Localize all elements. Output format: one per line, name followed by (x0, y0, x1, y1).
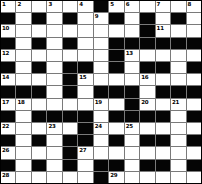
white-cell[interactable]: 19 (94, 99, 108, 110)
clue-number: 27 (79, 147, 86, 153)
white-cell[interactable]: 24 (94, 123, 108, 134)
black-cell (32, 86, 46, 97)
white-cell[interactable] (47, 13, 61, 24)
white-cell[interactable]: 3 (47, 1, 61, 12)
white-cell[interactable]: 21 (171, 99, 185, 110)
black-cell (1, 135, 15, 146)
white-cell[interactable] (171, 135, 185, 146)
black-cell (109, 160, 123, 171)
white-cell[interactable]: 1 (1, 1, 15, 12)
clue-number: 20 (141, 99, 148, 105)
white-cell[interactable] (125, 62, 139, 73)
black-cell (1, 160, 15, 171)
white-cell[interactable] (47, 50, 61, 61)
white-cell[interactable] (32, 147, 46, 158)
white-cell[interactable] (32, 1, 46, 12)
white-cell[interactable] (94, 50, 108, 61)
black-cell (109, 50, 123, 61)
white-cell[interactable] (16, 38, 30, 49)
black-cell (140, 135, 154, 146)
white-cell[interactable] (109, 123, 123, 134)
clue-number: 17 (2, 99, 9, 105)
clue-number: 13 (126, 50, 133, 56)
white-cell[interactable] (78, 172, 92, 183)
black-cell (94, 172, 108, 183)
white-cell[interactable] (47, 38, 61, 49)
white-cell[interactable]: 9 (94, 13, 108, 24)
clue-number: 6 (126, 1, 130, 7)
white-cell[interactable]: 26 (1, 147, 15, 158)
white-cell[interactable] (187, 172, 201, 183)
black-cell (78, 135, 92, 146)
white-cell[interactable]: 11 (156, 25, 170, 36)
black-cell (1, 13, 15, 24)
white-cell[interactable] (78, 86, 92, 97)
black-cell (1, 62, 15, 73)
white-cell[interactable] (187, 123, 201, 134)
white-cell[interactable]: 22 (1, 123, 15, 134)
black-cell (32, 62, 46, 73)
black-cell (63, 38, 77, 49)
white-cell[interactable] (78, 25, 92, 36)
clue-number: 1 (2, 1, 6, 7)
white-cell[interactable] (94, 147, 108, 158)
white-cell[interactable] (16, 147, 30, 158)
clue-number: 25 (126, 123, 133, 129)
white-cell[interactable] (94, 135, 108, 146)
white-cell[interactable] (16, 74, 30, 85)
black-cell (63, 62, 77, 73)
white-cell[interactable]: 15 (78, 74, 92, 85)
white-cell[interactable]: 10 (1, 25, 15, 36)
black-cell (32, 135, 46, 146)
clue-number: 18 (17, 99, 24, 105)
white-cell[interactable] (156, 50, 170, 61)
white-cell[interactable] (171, 62, 185, 73)
black-cell (63, 86, 77, 97)
white-cell[interactable]: 16 (140, 74, 154, 85)
white-cell[interactable] (109, 25, 123, 36)
black-cell (63, 160, 77, 171)
white-cell[interactable] (63, 25, 77, 36)
clue-number: 11 (157, 25, 164, 31)
white-cell[interactable] (47, 99, 61, 110)
white-cell[interactable] (171, 50, 185, 61)
white-cell[interactable] (171, 74, 185, 85)
black-cell (109, 111, 123, 122)
clue-number: 9 (95, 13, 99, 19)
white-cell[interactable]: 17 (1, 99, 15, 110)
clue-number: 16 (141, 74, 148, 80)
clue-number: 8 (188, 1, 192, 7)
white-cell[interactable] (156, 99, 170, 110)
white-cell[interactable] (32, 50, 46, 61)
black-cell (187, 62, 201, 73)
white-cell[interactable] (156, 147, 170, 158)
white-cell[interactable] (187, 25, 201, 36)
clue-number: 22 (2, 123, 9, 129)
white-cell[interactable] (125, 25, 139, 36)
clue-number: 3 (48, 1, 52, 7)
white-cell[interactable] (171, 111, 185, 122)
black-cell (94, 160, 108, 171)
white-cell[interactable] (16, 172, 30, 183)
white-cell[interactable] (140, 147, 154, 158)
white-cell[interactable] (140, 172, 154, 183)
white-cell[interactable] (47, 160, 61, 171)
white-cell[interactable] (109, 74, 123, 85)
white-cell[interactable] (16, 62, 30, 73)
white-cell[interactable] (109, 99, 123, 110)
black-cell (187, 160, 201, 171)
white-cell[interactable] (171, 160, 185, 171)
clue-number: 7 (157, 1, 161, 7)
clue-number: 5 (110, 1, 114, 7)
black-cell (16, 86, 30, 97)
black-cell (63, 74, 77, 85)
white-cell[interactable] (78, 160, 92, 171)
black-cell (187, 38, 201, 49)
crossword-grid: 1234567891011121314151617181920212223242… (0, 0, 202, 184)
black-cell (125, 86, 139, 97)
clue-number: 28 (2, 172, 9, 178)
black-cell (63, 147, 77, 158)
clue-number: 19 (95, 99, 102, 105)
black-cell (32, 111, 46, 122)
clue-number: 21 (172, 99, 179, 105)
white-cell[interactable]: 14 (1, 74, 15, 85)
black-cell (171, 86, 185, 97)
white-cell[interactable] (32, 123, 46, 134)
white-cell[interactable] (94, 62, 108, 73)
crossword-page: 1234567891011121314151617181920212223242… (0, 0, 202, 184)
white-cell[interactable] (187, 99, 201, 110)
white-cell[interactable] (63, 99, 77, 110)
white-cell[interactable] (140, 86, 154, 97)
white-cell[interactable] (47, 86, 61, 97)
white-cell[interactable] (47, 25, 61, 36)
white-cell[interactable] (171, 1, 185, 12)
white-cell[interactable] (32, 172, 46, 183)
black-cell (156, 38, 170, 49)
white-cell[interactable] (32, 25, 46, 36)
black-cell (47, 111, 61, 122)
white-cell[interactable] (156, 172, 170, 183)
black-cell (125, 99, 139, 110)
white-cell[interactable] (187, 74, 201, 85)
white-cell[interactable] (47, 147, 61, 158)
white-cell[interactable] (63, 50, 77, 61)
black-cell (125, 38, 139, 49)
black-cell (156, 86, 170, 97)
black-cell (94, 1, 108, 12)
white-cell[interactable] (187, 13, 201, 24)
white-cell[interactable] (125, 135, 139, 146)
white-cell[interactable] (47, 135, 61, 146)
white-cell[interactable]: 20 (140, 99, 154, 110)
black-cell (140, 62, 154, 73)
black-cell (78, 111, 92, 122)
black-cell (156, 62, 170, 73)
clue-number: 2 (17, 1, 21, 7)
black-cell (109, 62, 123, 73)
black-cell (1, 86, 15, 97)
white-cell[interactable]: 5 (109, 1, 123, 12)
white-cell[interactable] (16, 123, 30, 134)
white-cell[interactable] (187, 50, 201, 61)
white-cell[interactable] (32, 74, 46, 85)
white-cell[interactable] (125, 13, 139, 24)
white-cell[interactable] (94, 111, 108, 122)
white-cell[interactable]: 18 (16, 99, 30, 110)
white-cell[interactable] (171, 25, 185, 36)
white-cell[interactable] (140, 123, 154, 134)
white-cell[interactable] (171, 172, 185, 183)
white-cell[interactable]: 27 (78, 147, 92, 158)
black-cell (156, 111, 170, 122)
clue-number: 29 (110, 172, 117, 178)
white-cell[interactable] (16, 25, 30, 36)
white-cell[interactable] (16, 135, 30, 146)
white-cell[interactable] (156, 74, 170, 85)
white-cell[interactable] (47, 74, 61, 85)
white-cell[interactable] (47, 172, 61, 183)
black-cell (78, 123, 92, 134)
white-cell[interactable] (16, 50, 30, 61)
black-cell (187, 86, 201, 97)
clue-number: 4 (79, 1, 83, 7)
black-cell (1, 38, 15, 49)
black-cell (140, 111, 154, 122)
white-cell[interactable] (125, 147, 139, 158)
white-cell[interactable] (63, 172, 77, 183)
white-cell[interactable]: 23 (47, 123, 61, 134)
white-cell[interactable] (140, 1, 154, 12)
black-cell (187, 135, 201, 146)
clue-number: 14 (2, 74, 9, 80)
white-cell[interactable]: 2 (16, 1, 30, 12)
black-cell (109, 135, 123, 146)
black-cell (156, 160, 170, 171)
white-cell[interactable]: 13 (125, 50, 139, 61)
white-cell[interactable]: 4 (78, 1, 92, 12)
white-cell[interactable] (125, 172, 139, 183)
clue-number: 24 (95, 123, 102, 129)
white-cell[interactable] (156, 13, 170, 24)
white-cell[interactable] (125, 74, 139, 85)
white-cell[interactable] (78, 50, 92, 61)
white-cell[interactable] (156, 123, 170, 134)
white-cell[interactable]: 8 (187, 1, 201, 12)
black-cell (78, 62, 92, 73)
white-cell[interactable] (140, 50, 154, 61)
white-cell[interactable]: 7 (156, 1, 170, 12)
white-cell[interactable] (32, 99, 46, 110)
black-cell (140, 25, 154, 36)
clue-number: 15 (79, 74, 86, 80)
black-cell (32, 160, 46, 171)
white-cell[interactable] (109, 147, 123, 158)
white-cell[interactable] (16, 111, 30, 122)
white-cell[interactable] (16, 160, 30, 171)
black-cell (187, 111, 201, 122)
white-cell[interactable] (63, 123, 77, 134)
black-cell (32, 38, 46, 49)
clue-number: 23 (48, 123, 55, 129)
white-cell[interactable]: 6 (125, 1, 139, 12)
white-cell[interactable] (171, 123, 185, 134)
black-cell (63, 13, 77, 24)
white-cell[interactable]: 25 (125, 123, 139, 134)
black-cell (171, 13, 185, 24)
black-cell (1, 111, 15, 122)
white-cell[interactable] (16, 13, 30, 24)
white-cell[interactable] (78, 99, 92, 110)
black-cell (109, 13, 123, 24)
white-cell[interactable] (94, 25, 108, 36)
white-cell[interactable]: 28 (1, 172, 15, 183)
white-cell[interactable] (187, 147, 201, 158)
white-cell[interactable] (78, 13, 92, 24)
white-cell[interactable] (171, 147, 185, 158)
white-cell[interactable] (94, 74, 108, 85)
black-cell (171, 38, 185, 49)
clue-number: 26 (2, 147, 9, 153)
black-cell (109, 86, 123, 97)
black-cell (94, 86, 108, 97)
black-cell (63, 111, 77, 122)
black-cell (63, 135, 77, 146)
white-cell[interactable] (47, 62, 61, 73)
clue-number: 12 (2, 50, 9, 56)
white-cell[interactable]: 12 (1, 50, 15, 61)
white-cell[interactable] (63, 1, 77, 12)
black-cell (156, 135, 170, 146)
black-cell (109, 38, 123, 49)
clue-number: 10 (2, 25, 9, 31)
white-cell[interactable] (125, 160, 139, 171)
black-cell (140, 13, 154, 24)
white-cell[interactable] (78, 38, 92, 49)
white-cell[interactable]: 29 (109, 172, 123, 183)
black-cell (32, 13, 46, 24)
black-cell (125, 111, 139, 122)
black-cell (140, 160, 154, 171)
white-cell[interactable] (94, 38, 108, 49)
black-cell (140, 38, 154, 49)
